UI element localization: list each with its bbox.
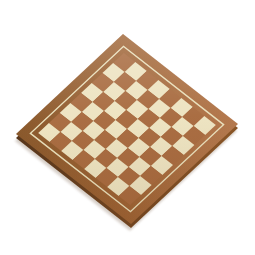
playing-field xyxy=(38,53,216,205)
chess-board xyxy=(16,34,238,224)
product-photo xyxy=(0,0,255,255)
